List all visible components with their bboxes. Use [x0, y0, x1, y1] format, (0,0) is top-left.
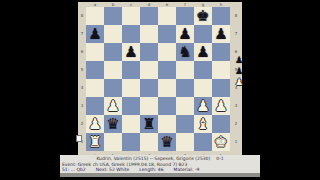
piece-white-bishop[interactable]: ♝ [196, 115, 209, 133]
coord-label: 2 [78, 115, 86, 133]
square-g4[interactable] [194, 79, 212, 97]
square-b5[interactable] [104, 61, 122, 79]
square-f3[interactable] [176, 97, 194, 115]
square-f8[interactable] [176, 7, 194, 25]
piece-black-king[interactable]: ♚ [196, 7, 209, 25]
square-g6[interactable]: ♟ [194, 43, 212, 61]
square-f4[interactable] [176, 79, 194, 97]
square-e8[interactable] [158, 7, 176, 25]
square-g8[interactable]: ♚ [194, 7, 212, 25]
square-b4[interactable] [104, 79, 122, 97]
coord-label: 8 [230, 7, 242, 25]
board-frame: abcdefgh 87654321 87654321 abcdefgh ♚♟♟♟… [78, 2, 242, 159]
game-info-caption: Kudrin, Valentin (2515) -- Sepesek, Grig… [60, 155, 260, 173]
square-e7[interactable] [158, 25, 176, 43]
square-g7[interactable] [194, 25, 212, 43]
square-a7[interactable]: ♟ [86, 25, 104, 43]
square-a1[interactable]: ♜ [86, 133, 104, 151]
piece-black-pawn[interactable]: ♟ [124, 43, 137, 61]
tray-piece-white-pawn: ♟ [235, 77, 243, 88]
captured-pieces-tray: ♟♟♟ [233, 55, 245, 88]
game-result: 0-1 [216, 156, 223, 162]
square-h2[interactable] [212, 115, 230, 133]
game-length: Length: 46 [139, 167, 163, 173]
piece-black-pawn[interactable]: ♟ [178, 25, 191, 43]
tray-piece-black-pawn: ♟ [235, 66, 243, 77]
square-e3[interactable] [158, 97, 176, 115]
square-f2[interactable] [176, 115, 194, 133]
square-d3[interactable] [140, 97, 158, 115]
square-a8[interactable] [86, 7, 104, 25]
piece-black-queen[interactable]: ♛ [106, 115, 119, 133]
square-e2[interactable] [158, 115, 176, 133]
piece-black-queen[interactable]: ♛ [160, 133, 173, 151]
square-c8[interactable] [122, 7, 140, 25]
square-d7[interactable] [140, 25, 158, 43]
next-move-indicator: Next: 52 White [96, 167, 130, 173]
square-e5[interactable] [158, 61, 176, 79]
square-e6[interactable] [158, 43, 176, 61]
square-d2[interactable]: ♜ [140, 115, 158, 133]
square-h7[interactable]: ♟ [212, 25, 230, 43]
coord-label: 7 [78, 25, 86, 43]
square-a4[interactable] [86, 79, 104, 97]
coord-label: 1 [230, 133, 242, 151]
square-d4[interactable] [140, 79, 158, 97]
piece-black-pawn[interactable]: ♟ [196, 43, 209, 61]
square-b2[interactable]: ♛ [104, 115, 122, 133]
piece-white-pawn[interactable]: ♟ [196, 97, 209, 115]
coord-label: 5 [78, 61, 86, 79]
square-c5[interactable] [122, 61, 140, 79]
piece-white-king[interactable]: ♚ [214, 133, 227, 151]
square-d6[interactable] [140, 43, 158, 61]
square-f5[interactable] [176, 61, 194, 79]
square-f7[interactable]: ♟ [176, 25, 194, 43]
square-f6[interactable]: ♞ [176, 43, 194, 61]
piece-black-pawn[interactable]: ♟ [88, 25, 101, 43]
coord-label: 2 [230, 115, 242, 133]
square-a5[interactable] [86, 61, 104, 79]
piece-black-pawn[interactable]: ♟ [214, 25, 227, 43]
tray-piece-black-pawn: ♟ [235, 55, 243, 66]
square-g5[interactable] [194, 61, 212, 79]
material-balance: Material: -9 [174, 167, 200, 173]
player-names: Kudrin, Valentin (2515) -- Sepesek, Grig… [96, 156, 210, 162]
coord-label: 6 [78, 43, 86, 61]
square-h3[interactable]: ♟ [212, 97, 230, 115]
caption-bottom-strip [60, 173, 260, 177]
coord-label: 8 [78, 7, 86, 25]
piece-black-knight[interactable]: ♞ [178, 43, 191, 61]
square-h5[interactable] [212, 61, 230, 79]
square-h6[interactable] [212, 43, 230, 61]
square-e1[interactable]: ♛ [158, 133, 176, 151]
square-a6[interactable] [86, 43, 104, 61]
square-e4[interactable] [158, 79, 176, 97]
square-g1[interactable] [194, 133, 212, 151]
square-b1[interactable] [104, 133, 122, 151]
square-b8[interactable] [104, 7, 122, 25]
chess-board[interactable]: ♚♟♟♟♟♞♟♟♟♟♟♛♜♝♜♛♚ [86, 7, 230, 151]
square-h1[interactable]: ♚ [212, 133, 230, 151]
piece-white-rook[interactable]: ♜ [88, 133, 101, 151]
piece-white-pawn[interactable]: ♟ [88, 115, 101, 133]
square-c3[interactable] [122, 97, 140, 115]
square-c2[interactable] [122, 115, 140, 133]
square-g3[interactable]: ♟ [194, 97, 212, 115]
square-a3[interactable] [86, 97, 104, 115]
coord-label: 7 [230, 25, 242, 43]
square-f1[interactable] [176, 133, 194, 151]
square-g2[interactable]: ♝ [194, 115, 212, 133]
square-h4[interactable] [212, 79, 230, 97]
rank-labels-left: 87654321 [78, 7, 86, 151]
piece-white-pawn[interactable]: ♟ [214, 97, 227, 115]
chess-viewer-screen: abcdefgh 87654321 87654321 abcdefgh ♚♟♟♟… [0, 0, 320, 180]
coord-label: 4 [78, 79, 86, 97]
square-c1[interactable] [122, 133, 140, 151]
edge-marker [76, 135, 82, 142]
square-b7[interactable] [104, 25, 122, 43]
coord-label: 3 [78, 97, 86, 115]
last-move: 51: ... Qb2 [62, 167, 86, 173]
coord-label: 3 [230, 97, 242, 115]
status-line: 51: ... Qb2 Next: 52 White Length: 46 Ma… [62, 167, 258, 173]
square-b3[interactable]: ♟ [104, 97, 122, 115]
piece-white-pawn[interactable]: ♟ [106, 97, 119, 115]
square-a2[interactable]: ♟ [86, 115, 104, 133]
piece-black-rook[interactable]: ♜ [142, 115, 155, 133]
square-b6[interactable] [104, 43, 122, 61]
square-d1[interactable] [140, 133, 158, 151]
square-c7[interactable] [122, 25, 140, 43]
square-h8[interactable] [212, 7, 230, 25]
square-d8[interactable] [140, 7, 158, 25]
square-c4[interactable] [122, 79, 140, 97]
square-d5[interactable] [140, 61, 158, 79]
square-c6[interactable]: ♟ [122, 43, 140, 61]
